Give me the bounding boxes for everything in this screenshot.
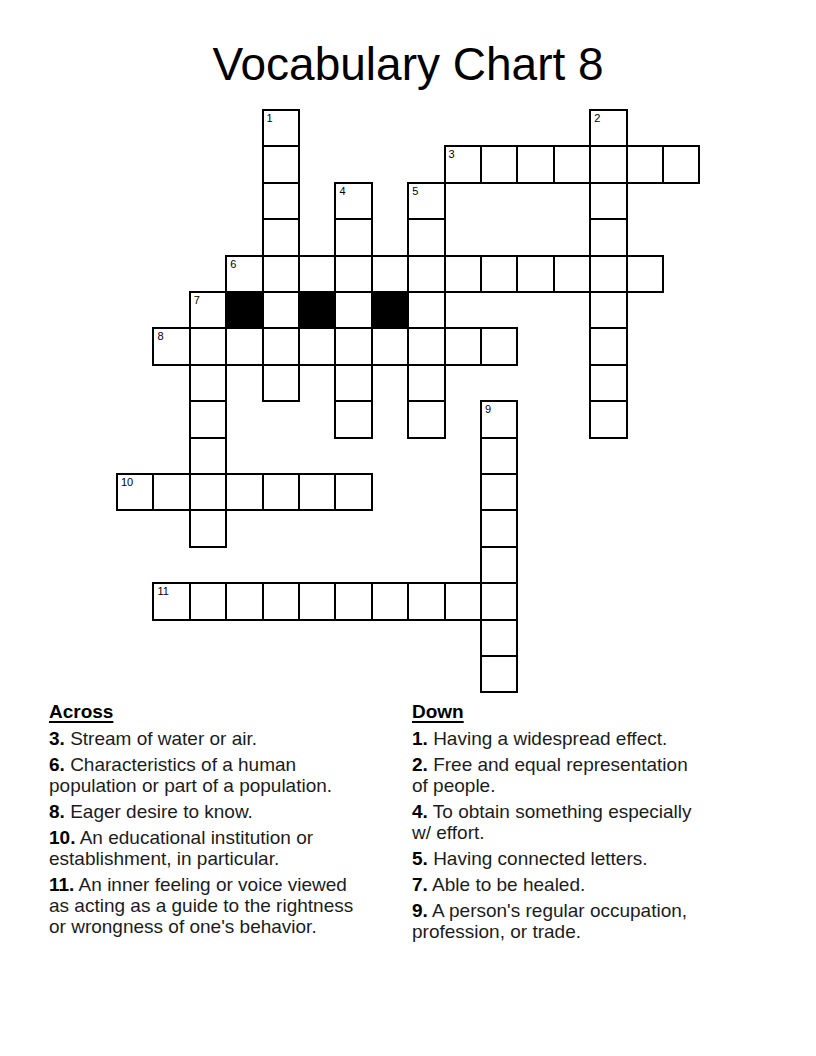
grid-cell[interactable]: 3 [444,145,482,183]
clue-num: 11. [49,874,74,895]
grid-cell[interactable] [298,255,336,293]
clue-text-line: Free and equal representation [433,754,688,775]
clue-text-line: Having a widespread effect. [433,728,667,749]
grid-cell[interactable] [516,255,554,293]
clue-text-line: Characteristics of a human [70,754,296,775]
clue-num: 4. [412,801,428,822]
grid-cell[interactable] [589,291,627,329]
grid-cell[interactable] [407,400,445,438]
grid-cell[interactable]: 4 [334,182,372,220]
grid-cell[interactable] [298,582,336,620]
black-cell [225,291,263,329]
across-clues: Across 3. Stream of water or air.6. Char… [49,701,396,942]
clue-down-7: 7. Able to be healed. [412,874,742,895]
clue-number: 6 [230,258,236,270]
clue-across-8: 8. Eager desire to know. [49,801,396,822]
grid-cell[interactable] [152,473,190,511]
clue-num: 1. [412,728,428,749]
across-clues-list: 3. Stream of water or air.6. Characteris… [49,728,396,937]
grid-cell[interactable] [589,327,627,365]
grid-cell[interactable] [262,582,300,620]
clue-across-6: 6. Characteristics of a humanpopulation … [49,754,396,796]
clue-num: 9. [412,900,428,921]
grid-cell[interactable]: 7 [189,291,227,329]
across-heading: Across [49,701,396,722]
grid-cell[interactable] [189,437,227,475]
black-cell [298,291,336,329]
grid-cell[interactable] [371,327,409,365]
grid-cell[interactable] [407,582,445,620]
grid-cell[interactable] [407,218,445,256]
grid-cell[interactable] [189,327,227,365]
grid-cell[interactable] [334,364,372,402]
grid-cell[interactable] [262,364,300,402]
grid-cell[interactable] [334,473,372,511]
clue-number: 5 [412,185,418,197]
grid-cell[interactable] [334,327,372,365]
grid-cell[interactable] [407,364,445,402]
grid-cell[interactable] [334,291,372,329]
grid-cell[interactable] [662,145,700,183]
clue-number: 10 [121,476,133,488]
clue-number: 1 [267,112,273,124]
clue-number: 8 [157,330,163,342]
grid-cell[interactable] [189,473,227,511]
clue-down-5: 5. Having connected letters. [412,848,742,869]
clue-across-10: 10. An educational institution orestabli… [49,827,396,869]
clue-number: 11 [157,585,168,597]
grid-cell[interactable] [262,218,300,256]
clue-text-line: An inner feeling or voice viewed [79,874,347,895]
grid-cell[interactable] [334,400,372,438]
clue-text-line: w/ effort. [412,822,485,843]
clue-num: 3. [49,728,65,749]
clue-number: 2 [594,112,600,124]
grid-cell[interactable] [553,145,591,183]
grid-cell[interactable] [589,182,627,220]
grid-cell[interactable] [189,509,227,547]
clue-down-4: 4. To obtain something especiallyw/ effo… [412,801,742,843]
grid-cell[interactable] [480,509,518,547]
grid-cell[interactable] [298,473,336,511]
grid-cell[interactable] [589,145,627,183]
clue-num: 5. [412,848,428,869]
clue-number: 9 [485,403,491,415]
down-clues: Down 1. Having a widespread effect.2. Fr… [412,701,742,947]
grid-cell[interactable] [626,145,664,183]
clue-text-line: To obtain something especially [433,801,692,822]
grid-cell[interactable] [589,218,627,256]
clue-num: 6. [49,754,65,775]
clue-text-line: Eager desire to know. [70,801,253,822]
clue-down-2: 2. Free and equal representationof peopl… [412,754,742,796]
grid-cell[interactable]: 8 [152,327,190,365]
clue-num: 10. [49,827,75,848]
clue-num: 2. [412,754,428,775]
grid-cell[interactable] [262,327,300,365]
grid-cell[interactable] [334,255,372,293]
grid-cell[interactable] [371,255,409,293]
grid-cell[interactable] [407,255,445,293]
grid-cell[interactable] [480,255,518,293]
clue-down-9: 9. A person's regular occupation,profess… [412,900,742,942]
grid-cell[interactable] [553,255,591,293]
clue-num: 8. [49,801,65,822]
grid-cell[interactable] [189,582,227,620]
clue-text-line: Having connected letters. [433,848,647,869]
grid-cell[interactable] [480,655,518,693]
grid-cell[interactable]: 2 [589,109,627,147]
grid-cell[interactable] [189,364,227,402]
clue-text-line: population or part of a population. [49,775,332,796]
grid-cell[interactable] [262,473,300,511]
grid-cell[interactable] [262,291,300,329]
clue-number: 7 [194,294,200,306]
grid-cell[interactable] [480,546,518,584]
grid-cell[interactable] [262,182,300,220]
grid-cell[interactable] [334,582,372,620]
down-heading: Down [412,701,742,722]
clue-text-line: Able to be healed. [432,874,585,895]
grid-cell[interactable] [480,327,518,365]
clue-text-line: establishment, in particular. [49,848,279,869]
grid-cell[interactable] [334,218,372,256]
grid-cell[interactable] [480,437,518,475]
grid-cell[interactable] [444,255,482,293]
grid-cell[interactable] [371,582,409,620]
grid-cell[interactable] [589,364,627,402]
grid-cell[interactable] [225,473,263,511]
clue-text-line: as acting as a guide to the rightness [49,895,353,916]
grid-cell[interactable] [480,473,518,511]
grid-cell[interactable] [589,255,627,293]
down-clues-list: 1. Having a widespread effect.2. Free an… [412,728,742,942]
clue-down-1: 1. Having a widespread effect. [412,728,742,749]
clue-text-line: of people. [412,775,495,796]
grid-cell[interactable] [589,400,627,438]
grid-cell[interactable] [480,619,518,657]
grid-cell[interactable] [189,400,227,438]
clue-number: 3 [449,148,455,160]
grid-cell[interactable] [225,327,263,365]
grid-cell[interactable]: 5 [407,182,445,220]
clue-num: 7. [412,874,428,895]
grid-cell[interactable] [480,582,518,620]
grid-cell[interactable]: 1 [262,109,300,147]
grid-cell[interactable] [225,582,263,620]
black-cell [371,291,409,329]
clue-across-3: 3. Stream of water or air. [49,728,396,749]
grid-cell[interactable]: 10 [116,473,154,511]
grid-cell[interactable] [444,327,482,365]
grid-cell[interactable] [444,582,482,620]
clue-text-line: profession, or trade. [412,921,581,942]
grid-cell[interactable] [516,145,554,183]
grid-cell[interactable] [407,327,445,365]
grid-cell[interactable] [298,327,336,365]
clue-text-line: An educational institution or [80,827,313,848]
grid-cell[interactable] [407,291,445,329]
grid-cell[interactable] [262,255,300,293]
clue-text-line: or wrongness of one's behavior. [49,916,317,937]
grid-cell[interactable]: 11 [152,582,190,620]
grid-cell[interactable]: 9 [480,400,518,438]
grid-cell[interactable] [480,145,518,183]
clue-number: 4 [339,185,345,197]
clue-across-11: 11. An inner feeling or voice viewedas a… [49,874,396,937]
grid-cell[interactable]: 6 [225,255,263,293]
clue-text-line: Stream of water or air. [70,728,257,749]
grid-cell[interactable] [262,145,300,183]
clue-text-line: A person's regular occupation, [432,900,687,921]
grid-cell[interactable] [626,255,664,293]
